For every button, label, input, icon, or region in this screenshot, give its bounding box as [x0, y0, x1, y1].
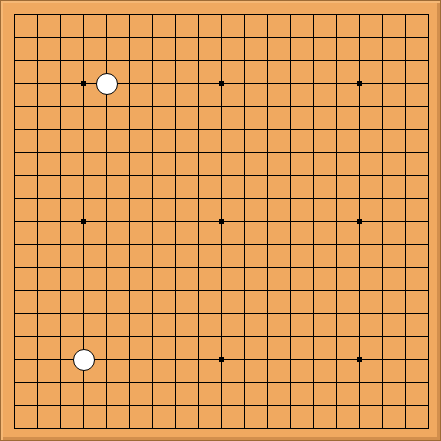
star-point: [210, 348, 233, 371]
white-stone-D4: [72, 348, 95, 371]
star-point: [348, 348, 371, 371]
star-point: [210, 210, 233, 233]
white-stone-E16: [95, 72, 118, 95]
go-board: [0, 0, 441, 441]
star-point: [72, 72, 95, 95]
star-point: [72, 210, 95, 233]
star-point: [348, 210, 371, 233]
star-point: [348, 72, 371, 95]
star-point: [210, 72, 233, 95]
board-intersections: [3, 3, 440, 440]
